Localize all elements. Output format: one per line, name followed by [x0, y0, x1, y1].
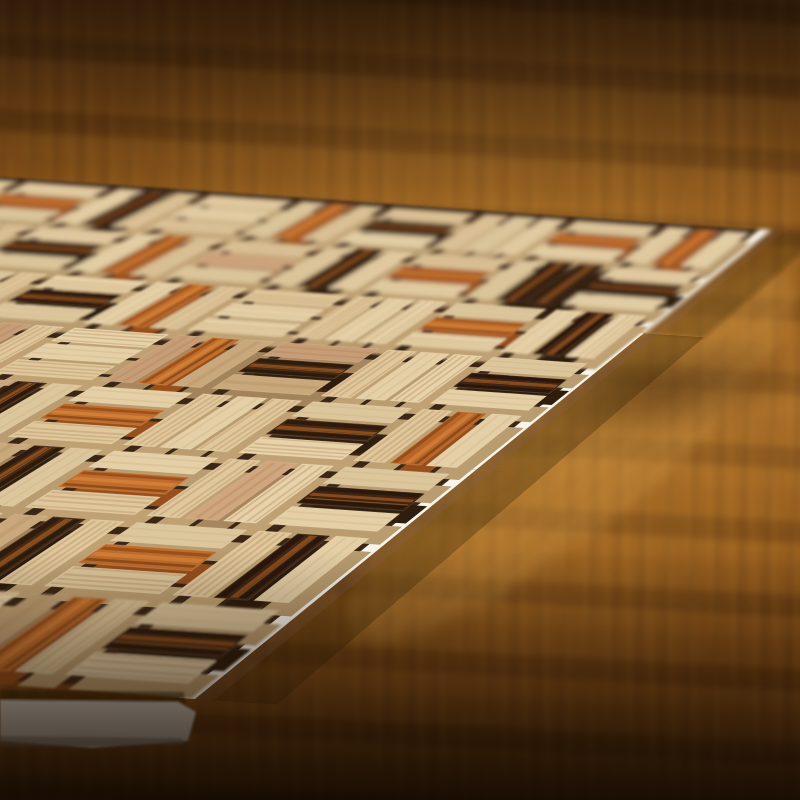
- mosaic-block: [0, 328, 171, 392]
- sheet-underlay: [0, 164, 761, 693]
- wood-mosaic-sheet: [0, 0, 800, 800]
- mosaic-block: [240, 201, 386, 252]
- mosaic-block: [65, 603, 281, 698]
- mosaic-block: [364, 253, 512, 308]
- mosaic-block: [0, 220, 35, 274]
- mosaic-block: [354, 409, 524, 480]
- mosaic-block: [292, 296, 449, 355]
- sheet-row-3: [0, 313, 589, 422]
- mosaic-block: [321, 350, 485, 415]
- mosaic-block: [0, 226, 130, 280]
- mosaic-block: [147, 459, 336, 536]
- mosaic-block: [102, 335, 275, 399]
- mosaic-block: [0, 514, 127, 599]
- backing-mat-segment: [632, 229, 800, 337]
- mosaic-block: [66, 233, 226, 287]
- sheet-row-1: [0, 220, 702, 322]
- mosaic-block: [50, 189, 203, 239]
- mosaic-block: [83, 282, 249, 341]
- mosaic-block: [0, 321, 66, 385]
- mosaic-block: [123, 394, 304, 464]
- mat-corner-crumple: [0, 690, 196, 748]
- mosaic-block: [0, 176, 21, 226]
- sheet-row-7: [0, 585, 282, 698]
- mosaic-block: [0, 506, 5, 591]
- mosaic-block: [0, 585, 23, 679]
- mosaic-block: [212, 342, 380, 407]
- mosaic-block: [8, 386, 194, 456]
- mosaic-block: [0, 268, 50, 326]
- backing-mat-segment: [463, 332, 704, 474]
- sheet-row-6: [0, 506, 371, 617]
- mosaic-block: [188, 289, 350, 348]
- mosaic-block: [25, 451, 220, 528]
- mosaic-block: [166, 240, 322, 294]
- table-highlight-band: [305, 221, 800, 690]
- mosaic-block: [239, 401, 415, 472]
- mosaic-block: [145, 195, 295, 245]
- foreground-depth-shadow: [0, 550, 800, 800]
- mosaic-block: [0, 182, 112, 232]
- backing-mat-segment: [179, 469, 544, 705]
- vignette-overlay: [0, 0, 800, 800]
- mosaic-block: [268, 467, 451, 545]
- mosaic-block: [336, 208, 479, 259]
- mosaic-block: [0, 443, 105, 520]
- mosaic-block: [430, 214, 569, 265]
- mosaic-block: [430, 357, 589, 422]
- sheet-row-0: [0, 176, 752, 279]
- mosaic-block: [0, 379, 85, 449]
- mosaic-block: [44, 522, 249, 608]
- mosaic-block: [0, 594, 152, 689]
- sheet-row-2: [0, 261, 648, 370]
- oak-table-surface: [0, 0, 800, 800]
- sheet-row-4: [0, 371, 524, 480]
- sheet-row-5: [0, 435, 452, 545]
- photo-frame: [0, 0, 800, 800]
- mosaic-block: [396, 303, 549, 363]
- mosaic-block: [0, 275, 150, 334]
- mosaic-block: [525, 221, 660, 272]
- mosaic-block: [563, 266, 703, 322]
- background-depth-shadow: [0, 0, 800, 205]
- mosaic-block: [464, 260, 608, 315]
- mosaic-block: [620, 227, 752, 278]
- table-dark-grain-streak: [462, 292, 800, 488]
- mosaic-block: [265, 246, 417, 301]
- mosaic-block: [500, 310, 649, 370]
- mosaic-block: [173, 531, 372, 617]
